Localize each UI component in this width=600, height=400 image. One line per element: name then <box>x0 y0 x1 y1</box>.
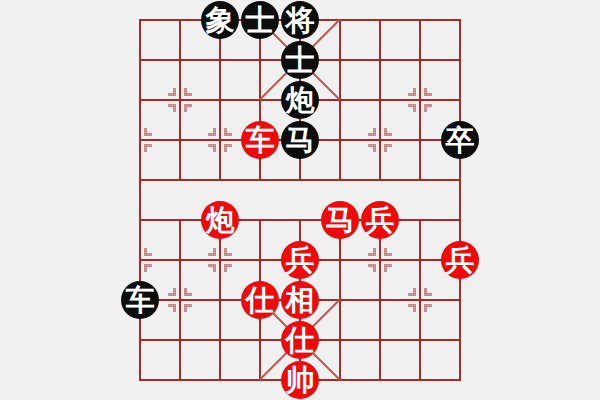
xiangqi-board[interactable]: 象士将士炮车马卒炮马兵兵兵车仕相仕帅 <box>0 0 600 400</box>
piece-black-cannon-1[interactable]: 炮 <box>281 81 319 119</box>
point-marker <box>384 128 392 136</box>
point-marker <box>368 264 376 272</box>
point-marker <box>168 304 176 312</box>
point-marker <box>368 128 376 136</box>
board-cell <box>139 179 179 219</box>
piece-black-general[interactable]: 将 <box>281 1 319 39</box>
board-cell <box>339 19 379 59</box>
point-marker <box>168 104 176 112</box>
point-marker <box>144 264 152 272</box>
board-cell <box>139 339 179 381</box>
piece-black-advisor-1[interactable]: 士 <box>241 1 279 39</box>
point-marker <box>144 128 152 136</box>
board-cell <box>339 59 379 99</box>
point-marker <box>224 248 232 256</box>
board-cell <box>419 339 461 381</box>
board-cell <box>379 19 419 59</box>
piece-red-horse-1[interactable]: 马 <box>321 201 359 239</box>
piece-black-horse-1[interactable]: 马 <box>281 121 319 159</box>
board-cell <box>419 19 461 59</box>
piece-black-soldier-1[interactable]: 卒 <box>441 121 479 159</box>
piece-red-chariot-1[interactable]: 车 <box>241 121 279 159</box>
piece-red-soldier-2[interactable]: 兵 <box>281 241 319 279</box>
point-marker <box>424 88 432 96</box>
board-cell <box>139 19 179 59</box>
point-marker <box>184 304 192 312</box>
point-marker <box>424 304 432 312</box>
point-marker <box>144 248 152 256</box>
point-marker <box>208 144 216 152</box>
board-cell <box>219 339 259 381</box>
point-marker <box>408 288 416 296</box>
point-marker <box>408 104 416 112</box>
board-cell <box>219 59 259 99</box>
point-marker <box>424 104 432 112</box>
board-cell <box>339 339 379 381</box>
point-marker <box>224 144 232 152</box>
point-marker <box>184 288 192 296</box>
point-marker <box>408 88 416 96</box>
board-cell <box>339 299 379 339</box>
point-marker <box>184 104 192 112</box>
point-marker <box>224 264 232 272</box>
piece-black-elephant-1[interactable]: 象 <box>201 1 239 39</box>
point-marker <box>144 144 152 152</box>
point-marker <box>184 88 192 96</box>
point-marker <box>168 288 176 296</box>
point-marker <box>368 144 376 152</box>
point-marker <box>368 248 376 256</box>
point-marker <box>208 248 216 256</box>
board-cell <box>179 339 219 381</box>
board-cell <box>379 339 419 381</box>
point-marker <box>384 144 392 152</box>
piece-red-soldier-1[interactable]: 兵 <box>361 201 399 239</box>
piece-red-elephant-1[interactable]: 相 <box>281 281 319 319</box>
point-marker <box>224 128 232 136</box>
point-marker <box>168 88 176 96</box>
piece-black-advisor-2[interactable]: 士 <box>281 41 319 79</box>
piece-red-advisor-1[interactable]: 仕 <box>241 281 279 319</box>
point-marker <box>208 128 216 136</box>
piece-red-advisor-2[interactable]: 仕 <box>281 321 319 359</box>
point-marker <box>384 264 392 272</box>
piece-black-chariot-1[interactable]: 车 <box>121 281 159 319</box>
point-marker <box>424 288 432 296</box>
piece-red-cannon-1[interactable]: 炮 <box>201 201 239 239</box>
board-cell <box>419 179 461 219</box>
point-marker <box>384 248 392 256</box>
point-marker <box>408 304 416 312</box>
board-cell <box>259 179 299 219</box>
piece-red-soldier-3[interactable]: 兵 <box>441 241 479 279</box>
xiangqi-screen: 象士将士炮车马卒炮马兵兵兵车仕相仕帅 <box>0 0 600 400</box>
point-marker <box>208 264 216 272</box>
piece-red-general[interactable]: 帅 <box>281 361 319 399</box>
